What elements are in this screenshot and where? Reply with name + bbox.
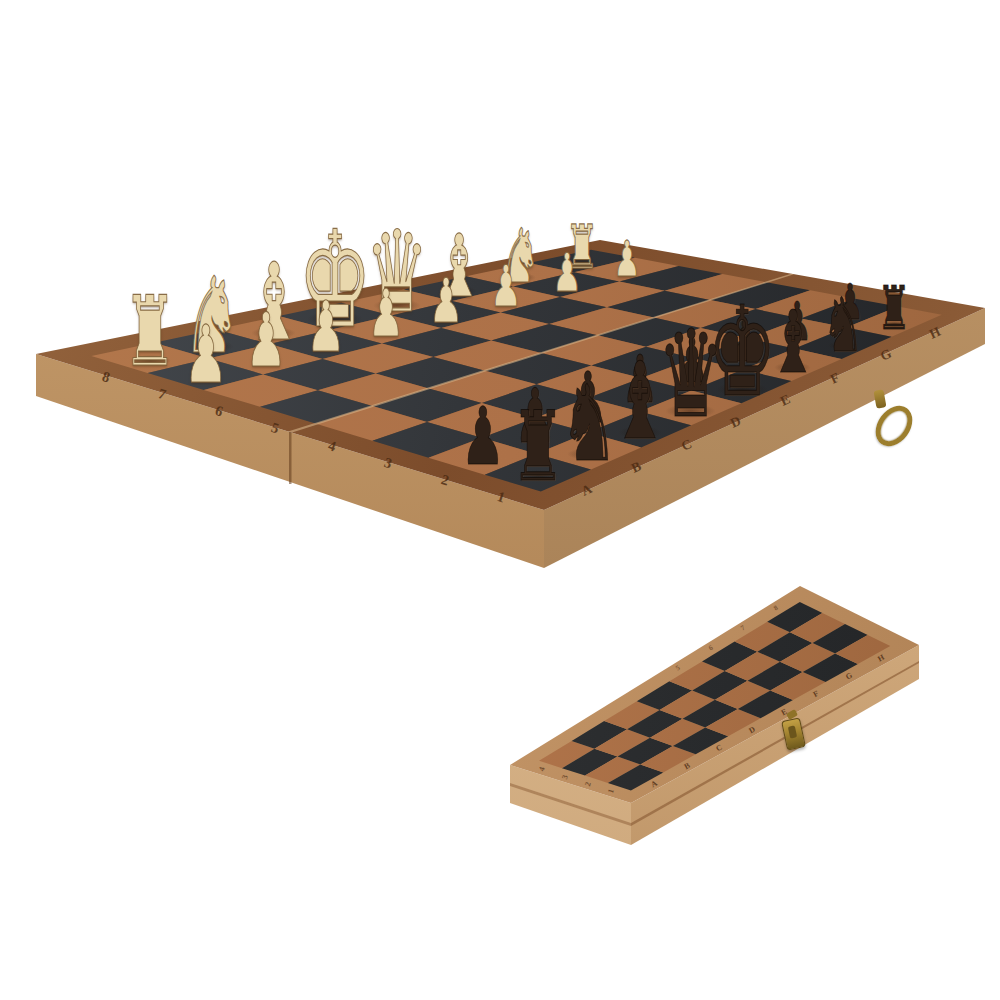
white-pawn: ♟ <box>368 281 405 347</box>
white-rook: ♜ <box>123 284 177 381</box>
black-bishop: ♝ <box>610 348 669 454</box>
black-pawn: ♟ <box>461 397 505 477</box>
black-knight: ♞ <box>560 371 618 476</box>
white-pawn: ♟ <box>491 258 523 315</box>
black-rook: ♜ <box>511 399 565 496</box>
black-rook: ♜ <box>878 278 911 338</box>
white-pawn: ♟ <box>307 292 346 362</box>
black-knight: ♞ <box>823 288 865 363</box>
product-photo: 87654321ABCDEFGH♜♟♟♜♞♟♟♞♝♟♟♝♛♟♟♚♚♟♟♛♝♟♟♝… <box>0 0 1000 1000</box>
white-pawn: ♟ <box>184 315 228 395</box>
white-pawn: ♟ <box>245 304 287 379</box>
white-pawn: ♟ <box>429 270 463 331</box>
white-pawn: ♟ <box>552 247 582 300</box>
white-pawn: ♟ <box>613 235 640 284</box>
